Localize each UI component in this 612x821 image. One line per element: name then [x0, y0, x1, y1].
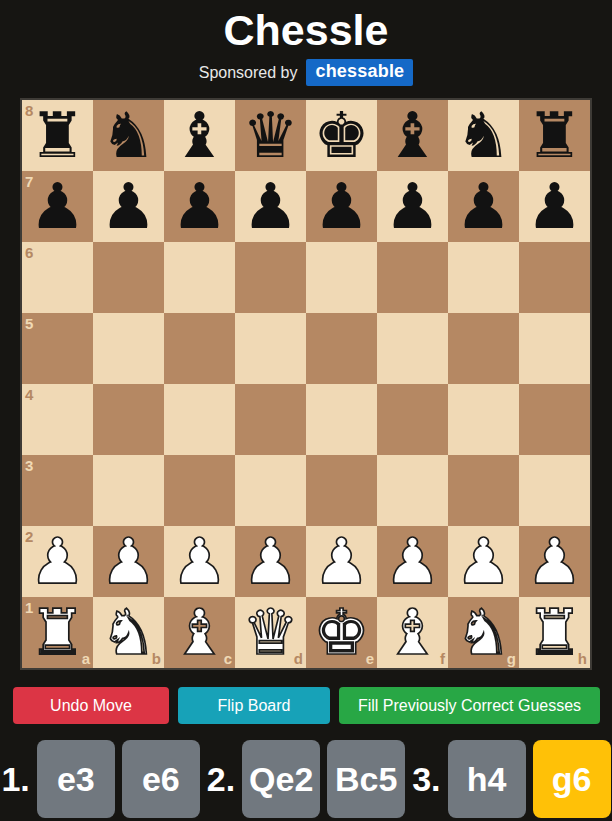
white-knight[interactable]: ♞ — [455, 601, 511, 664]
move-number: 3. — [412, 760, 440, 799]
black-knight[interactable]: ♞ — [100, 104, 156, 167]
square-a6[interactable]: 6 — [22, 242, 93, 313]
white-rook[interactable]: ♜ — [526, 601, 582, 664]
white-pawn[interactable]: ♟ — [29, 530, 85, 593]
guess-tile-Qe2: Qe2 — [242, 740, 320, 818]
square-f6[interactable] — [377, 242, 448, 313]
move-number: 1. — [1, 760, 29, 799]
square-b3[interactable] — [93, 455, 164, 526]
square-h3[interactable] — [519, 455, 590, 526]
rank-label-4: 4 — [25, 387, 33, 402]
square-h7[interactable]: ♟ — [519, 171, 590, 242]
square-a2[interactable]: 2♟ — [22, 526, 93, 597]
white-pawn[interactable]: ♟ — [171, 530, 227, 593]
white-pawn[interactable]: ♟ — [313, 530, 369, 593]
black-king[interactable]: ♚ — [313, 104, 369, 167]
square-e7[interactable]: ♟ — [306, 171, 377, 242]
chess-board[interactable]: 8♜♞♝♛♚♝♞♜7♟♟♟♟♟♟♟♟65432♟♟♟♟♟♟♟♟1a♜b♞c♝d♛… — [20, 98, 592, 670]
guess-tile-e3: e3 — [37, 740, 115, 818]
square-c8[interactable]: ♝ — [164, 100, 235, 171]
square-h5[interactable] — [519, 313, 590, 384]
sponsor-row: Sponsored by chessable — [0, 59, 612, 86]
white-pawn[interactable]: ♟ — [100, 530, 156, 593]
square-b6[interactable] — [93, 242, 164, 313]
black-rook[interactable]: ♜ — [29, 104, 85, 167]
square-c7[interactable]: ♟ — [164, 171, 235, 242]
square-d5[interactable] — [235, 313, 306, 384]
square-a4[interactable]: 4 — [22, 384, 93, 455]
rank-label-3: 3 — [25, 458, 33, 473]
square-f5[interactable] — [377, 313, 448, 384]
white-queen[interactable]: ♛ — [242, 601, 298, 664]
square-f4[interactable] — [377, 384, 448, 455]
square-f7[interactable]: ♟ — [377, 171, 448, 242]
square-b2[interactable]: ♟ — [93, 526, 164, 597]
white-knight[interactable]: ♞ — [100, 601, 156, 664]
square-a5[interactable]: 5 — [22, 313, 93, 384]
flip-board-button[interactable]: Flip Board — [178, 687, 330, 724]
square-h4[interactable] — [519, 384, 590, 455]
square-e5[interactable] — [306, 313, 377, 384]
white-rook[interactable]: ♜ — [29, 601, 85, 664]
square-h8[interactable]: ♜ — [519, 100, 590, 171]
square-c2[interactable]: ♟ — [164, 526, 235, 597]
black-pawn[interactable]: ♟ — [313, 175, 369, 238]
undo-move-button[interactable]: Undo Move — [13, 687, 169, 724]
black-bishop[interactable]: ♝ — [384, 104, 440, 167]
white-bishop[interactable]: ♝ — [171, 601, 227, 664]
square-d3[interactable] — [235, 455, 306, 526]
square-g8[interactable]: ♞ — [448, 100, 519, 171]
black-knight[interactable]: ♞ — [455, 104, 511, 167]
guess-tile-e6: e6 — [122, 740, 200, 818]
square-c4[interactable] — [164, 384, 235, 455]
black-queen[interactable]: ♛ — [242, 104, 298, 167]
black-pawn[interactable]: ♟ — [384, 175, 440, 238]
square-g4[interactable] — [448, 384, 519, 455]
square-d7[interactable]: ♟ — [235, 171, 306, 242]
square-h6[interactable] — [519, 242, 590, 313]
white-pawn[interactable]: ♟ — [384, 530, 440, 593]
square-d6[interactable] — [235, 242, 306, 313]
square-c3[interactable] — [164, 455, 235, 526]
black-pawn[interactable]: ♟ — [171, 175, 227, 238]
black-rook[interactable]: ♜ — [526, 104, 582, 167]
square-c6[interactable] — [164, 242, 235, 313]
action-buttons: Undo Move Flip Board Fill Previously Cor… — [13, 687, 600, 724]
square-f1[interactable]: f♝ — [377, 597, 448, 668]
rank-label-6: 6 — [25, 245, 33, 260]
square-h1[interactable]: h♜ — [519, 597, 590, 668]
square-g5[interactable] — [448, 313, 519, 384]
square-g1[interactable]: g♞ — [448, 597, 519, 668]
square-e1[interactable]: e♚ — [306, 597, 377, 668]
square-f3[interactable] — [377, 455, 448, 526]
square-b5[interactable] — [93, 313, 164, 384]
square-d2[interactable]: ♟ — [235, 526, 306, 597]
black-bishop[interactable]: ♝ — [171, 104, 227, 167]
black-pawn[interactable]: ♟ — [100, 175, 156, 238]
sponsor-prefix-label: Sponsored by — [199, 64, 298, 82]
guess-tile-g6: g6 — [533, 740, 611, 818]
square-b7[interactable]: ♟ — [93, 171, 164, 242]
square-e2[interactable]: ♟ — [306, 526, 377, 597]
square-g7[interactable]: ♟ — [448, 171, 519, 242]
black-pawn[interactable]: ♟ — [526, 175, 582, 238]
fill-previously-correct-guesses-button[interactable]: Fill Previously Correct Guesses — [339, 687, 600, 724]
black-pawn[interactable]: ♟ — [29, 175, 85, 238]
white-king[interactable]: ♚ — [313, 601, 369, 664]
guess-tile-h4: h4 — [448, 740, 526, 818]
square-d1[interactable]: d♛ — [235, 597, 306, 668]
square-e3[interactable] — [306, 455, 377, 526]
white-pawn[interactable]: ♟ — [242, 530, 298, 593]
guess-row: 1.e3e62.Qe2Bc53.h4g6 — [0, 740, 612, 818]
white-bishop[interactable]: ♝ — [384, 601, 440, 664]
square-a7[interactable]: 7♟ — [22, 171, 93, 242]
square-b8[interactable]: ♞ — [93, 100, 164, 171]
page-title: Chessle — [0, 6, 612, 55]
square-d4[interactable] — [235, 384, 306, 455]
square-a1[interactable]: 1a♜ — [22, 597, 93, 668]
black-pawn[interactable]: ♟ — [455, 175, 511, 238]
rank-label-5: 5 — [25, 316, 33, 331]
square-e4[interactable] — [306, 384, 377, 455]
square-f2[interactable]: ♟ — [377, 526, 448, 597]
square-b4[interactable] — [93, 384, 164, 455]
square-g6[interactable] — [448, 242, 519, 313]
move-number: 2. — [207, 760, 235, 799]
square-e6[interactable] — [306, 242, 377, 313]
square-h2[interactable]: ♟ — [519, 526, 590, 597]
file-label-f: f — [440, 651, 445, 666]
chessable-logo[interactable]: chessable — [306, 59, 413, 86]
square-a3[interactable]: 3 — [22, 455, 93, 526]
square-g2[interactable]: ♟ — [448, 526, 519, 597]
square-b1[interactable]: b♞ — [93, 597, 164, 668]
white-pawn[interactable]: ♟ — [455, 530, 511, 593]
square-a8[interactable]: 8♜ — [22, 100, 93, 171]
black-pawn[interactable]: ♟ — [242, 175, 298, 238]
square-c1[interactable]: c♝ — [164, 597, 235, 668]
square-c5[interactable] — [164, 313, 235, 384]
square-g3[interactable] — [448, 455, 519, 526]
square-e8[interactable]: ♚ — [306, 100, 377, 171]
guess-tile-Bc5: Bc5 — [327, 740, 405, 818]
white-pawn[interactable]: ♟ — [526, 530, 582, 593]
square-f8[interactable]: ♝ — [377, 100, 448, 171]
square-d8[interactable]: ♛ — [235, 100, 306, 171]
